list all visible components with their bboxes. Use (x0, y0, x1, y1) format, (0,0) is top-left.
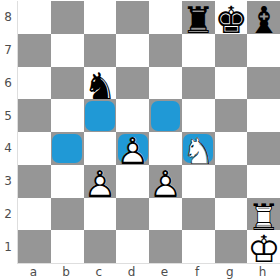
square-g7[interactable] (215, 34, 248, 67)
square-c3[interactable]: ♟︎♙︎ (84, 165, 117, 198)
piece-white-knight-f4[interactable]: ♞︎♘︎ (182, 132, 215, 165)
square-g8[interactable]: ♚︎ (215, 1, 248, 34)
square-b2[interactable] (51, 198, 84, 231)
file-label-a: a (17, 264, 50, 279)
square-a7[interactable] (18, 34, 51, 67)
square-g5[interactable] (215, 99, 248, 132)
square-e2[interactable] (149, 198, 182, 231)
piece-white-pawn-d4[interactable]: ♟︎♙︎ (116, 132, 149, 165)
file-label-f: f (181, 264, 214, 279)
square-h4[interactable] (247, 132, 280, 165)
square-g4[interactable] (215, 132, 248, 165)
piece-black-king-g8[interactable]: ♚︎ (215, 1, 248, 34)
square-c6[interactable]: ♞︎ (84, 67, 117, 100)
square-e1[interactable] (149, 230, 182, 263)
square-e5[interactable] (149, 99, 182, 132)
square-e3[interactable]: ♟︎♙︎ (149, 165, 182, 198)
piece-black-bishop-h8[interactable]: ♝︎ (247, 1, 280, 34)
square-d3[interactable] (116, 165, 149, 198)
rank-label-2: 2 (0, 198, 16, 231)
piece-white-pawn-c3[interactable]: ♟︎♙︎ (84, 165, 117, 198)
piece-black-knight-c6[interactable]: ♞︎ (84, 67, 117, 100)
square-h3[interactable] (247, 165, 280, 198)
square-f3[interactable] (182, 165, 215, 198)
square-a8[interactable] (18, 1, 51, 34)
square-e4[interactable] (149, 132, 182, 165)
square-d5[interactable] (116, 99, 149, 132)
white-king-outline-glyph: ♔︎ (247, 231, 280, 268)
highlight-c5 (85, 101, 115, 131)
rank-label-1: 1 (0, 230, 16, 263)
square-g1[interactable] (215, 230, 248, 263)
square-c1[interactable] (84, 230, 117, 263)
square-b4[interactable] (51, 132, 84, 165)
square-c8[interactable] (84, 1, 117, 34)
square-b7[interactable] (51, 34, 84, 67)
piece-white-rook-h2[interactable]: ♜︎♖︎ (247, 198, 280, 231)
square-f1[interactable] (182, 230, 215, 263)
square-f6[interactable] (182, 67, 215, 100)
square-h7[interactable] (247, 34, 280, 67)
square-d6[interactable] (116, 67, 149, 100)
rank-label-4: 4 (0, 132, 16, 165)
square-b8[interactable] (51, 1, 84, 34)
chess-diagram: 87654321 ♜︎♚︎♝︎♞︎♟︎♙︎♞︎♘︎♟︎♙︎♟︎♙︎♜︎♖︎♚︎♔… (0, 0, 280, 280)
file-label-b: b (50, 264, 83, 279)
square-a6[interactable] (18, 67, 51, 100)
square-b5[interactable] (51, 99, 84, 132)
piece-white-pawn-e3[interactable]: ♟︎♙︎ (149, 165, 182, 198)
square-h5[interactable] (247, 99, 280, 132)
highlight-b4 (52, 134, 82, 164)
square-d2[interactable] (116, 198, 149, 231)
rank-label-7: 7 (0, 34, 16, 67)
square-d1[interactable] (116, 230, 149, 263)
square-b6[interactable] (51, 67, 84, 100)
square-h2[interactable]: ♜︎♖︎ (247, 198, 280, 231)
square-b1[interactable] (51, 230, 84, 263)
rank-label-3: 3 (0, 165, 16, 198)
square-h1[interactable]: ♚︎♔︎ (247, 230, 280, 263)
rank-labels: 87654321 (0, 1, 16, 263)
square-a1[interactable] (18, 230, 51, 263)
square-a5[interactable] (18, 99, 51, 132)
file-label-c: c (83, 264, 116, 279)
square-c7[interactable] (84, 34, 117, 67)
square-c5[interactable] (84, 99, 117, 132)
rank-label-6: 6 (0, 67, 16, 100)
square-e8[interactable] (149, 1, 182, 34)
highlight-e5 (151, 101, 181, 131)
rank-label-8: 8 (0, 1, 16, 34)
square-d8[interactable] (116, 1, 149, 34)
file-label-e: e (148, 264, 181, 279)
square-f4[interactable]: ♞︎♘︎ (182, 132, 215, 165)
file-label-h: h (246, 264, 279, 279)
square-a2[interactable] (18, 198, 51, 231)
square-d7[interactable] (116, 34, 149, 67)
square-e6[interactable] (149, 67, 182, 100)
square-f5[interactable] (182, 99, 215, 132)
piece-black-rook-f8[interactable]: ♜︎ (182, 1, 215, 34)
square-g6[interactable] (215, 67, 248, 100)
file-label-d: d (115, 264, 148, 279)
square-f8[interactable]: ♜︎ (182, 1, 215, 34)
square-g2[interactable] (215, 198, 248, 231)
chess-board: ♜︎♚︎♝︎♞︎♟︎♙︎♞︎♘︎♟︎♙︎♟︎♙︎♜︎♖︎♚︎♔︎ (17, 1, 280, 264)
square-b3[interactable] (51, 165, 84, 198)
square-f7[interactable] (182, 34, 215, 67)
square-c2[interactable] (84, 198, 117, 231)
file-label-g: g (214, 264, 247, 279)
file-labels: abcdefgh (17, 264, 279, 279)
square-h6[interactable] (247, 67, 280, 100)
square-a4[interactable] (18, 132, 51, 165)
square-c4[interactable] (84, 132, 117, 165)
square-e7[interactable] (149, 34, 182, 67)
square-g3[interactable] (215, 165, 248, 198)
square-h8[interactable]: ♝︎ (247, 1, 280, 34)
square-a3[interactable] (18, 165, 51, 198)
piece-white-king-h1[interactable]: ♚︎♔︎ (247, 230, 280, 263)
rank-label-5: 5 (0, 99, 16, 132)
square-f2[interactable] (182, 198, 215, 231)
square-d4[interactable]: ♟︎♙︎ (116, 132, 149, 165)
